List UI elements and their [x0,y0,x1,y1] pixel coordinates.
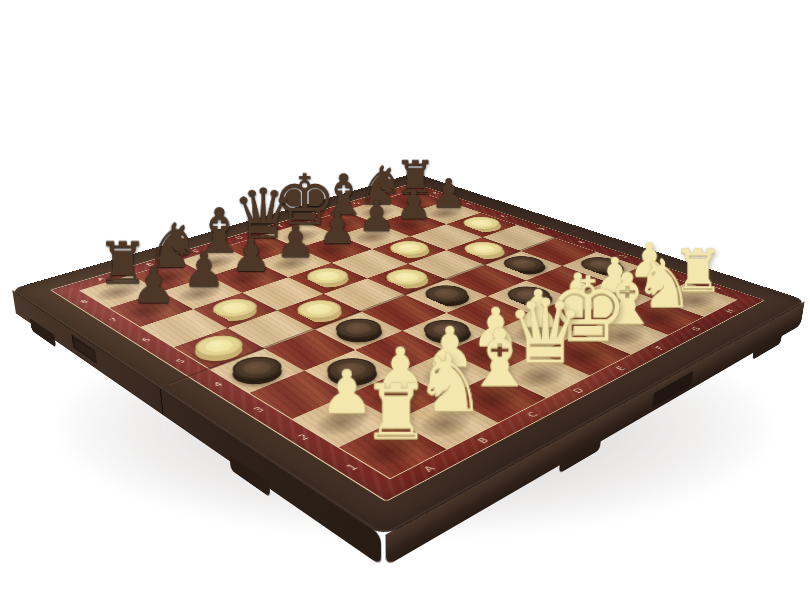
piece-glyph: ♜ [276,374,516,450]
piece-glyph: ♟ [60,260,248,309]
finger-recess [71,334,97,364]
frame-foot [752,335,782,360]
product-photo-stage: ABCDEFGH ABCDEFGH 87654321 87654321 ♜♞♝♛… [0,0,810,607]
frame-foot [30,318,56,348]
fold-seam-side [160,388,164,416]
